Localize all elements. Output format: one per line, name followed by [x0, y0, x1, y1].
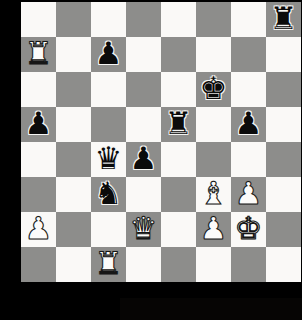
square-e2[interactable] — [161, 212, 196, 247]
square-f2[interactable]: ♟ — [196, 212, 231, 247]
square-a5[interactable]: ♟ — [21, 107, 56, 142]
square-a3[interactable] — [21, 177, 56, 212]
square-b1[interactable] — [56, 247, 91, 282]
piece-black-pawn-icon[interactable]: ♟ — [25, 107, 53, 141]
square-e6[interactable] — [161, 72, 196, 107]
square-c1[interactable]: ♜ — [91, 247, 126, 282]
square-f6[interactable]: ♚ — [196, 72, 231, 107]
piece-black-rook-icon[interactable]: ♜ — [165, 107, 193, 141]
square-a7[interactable]: ♜ — [21, 37, 56, 72]
square-d3[interactable] — [126, 177, 161, 212]
square-h6[interactable] — [266, 72, 301, 107]
square-g3[interactable]: ♟ — [231, 177, 266, 212]
piece-white-bishop-icon[interactable]: ♝ — [200, 177, 228, 211]
square-d8[interactable] — [126, 2, 161, 37]
square-a4[interactable] — [21, 142, 56, 177]
square-b6[interactable] — [56, 72, 91, 107]
square-d4[interactable]: ♟ — [126, 142, 161, 177]
square-g5[interactable]: ♟ — [231, 107, 266, 142]
square-a2[interactable]: ♟ — [21, 212, 56, 247]
square-e8[interactable] — [161, 2, 196, 37]
square-c2[interactable] — [91, 212, 126, 247]
square-e3[interactable] — [161, 177, 196, 212]
bottom-black-band — [0, 282, 302, 320]
piece-black-queen-icon[interactable]: ♛ — [95, 142, 123, 176]
square-h2[interactable] — [266, 212, 301, 247]
piece-black-knight-icon[interactable]: ♞ — [95, 177, 123, 211]
square-a6[interactable] — [21, 72, 56, 107]
square-e5[interactable]: ♜ — [161, 107, 196, 142]
square-f5[interactable] — [196, 107, 231, 142]
square-h5[interactable] — [266, 107, 301, 142]
square-c7[interactable]: ♟ — [91, 37, 126, 72]
piece-white-pawn-icon[interactable]: ♟ — [25, 212, 53, 246]
square-b8[interactable] — [56, 2, 91, 37]
piece-black-rook-icon[interactable]: ♜ — [270, 2, 298, 36]
piece-white-pawn-icon[interactable]: ♟ — [200, 212, 228, 246]
square-g1[interactable] — [231, 247, 266, 282]
square-f1[interactable] — [196, 247, 231, 282]
piece-black-pawn-icon[interactable]: ♟ — [95, 37, 123, 71]
square-h1[interactable] — [266, 247, 301, 282]
square-f8[interactable] — [196, 2, 231, 37]
bottom-band-shade — [120, 298, 302, 320]
square-a1[interactable] — [21, 247, 56, 282]
square-f3[interactable]: ♝ — [196, 177, 231, 212]
square-g6[interactable] — [231, 72, 266, 107]
piece-white-queen-icon[interactable]: ♛ — [130, 212, 158, 246]
square-d7[interactable] — [126, 37, 161, 72]
piece-white-rook-icon[interactable]: ♜ — [95, 247, 123, 281]
square-g4[interactable] — [231, 142, 266, 177]
square-b4[interactable] — [56, 142, 91, 177]
square-g7[interactable] — [231, 37, 266, 72]
square-d6[interactable] — [126, 72, 161, 107]
piece-black-pawn-icon[interactable]: ♟ — [130, 142, 158, 176]
square-c3[interactable]: ♞ — [91, 177, 126, 212]
square-c5[interactable] — [91, 107, 126, 142]
square-e1[interactable] — [161, 247, 196, 282]
square-d2[interactable]: ♛ — [126, 212, 161, 247]
square-f7[interactable] — [196, 37, 231, 72]
piece-black-pawn-icon[interactable]: ♟ — [235, 107, 263, 141]
square-b2[interactable] — [56, 212, 91, 247]
piece-white-king-icon[interactable]: ♚ — [235, 212, 263, 246]
chess-board: ♜♜♟♚♟♜♟♛♟♞♝♟♟♛♟♚♜ — [21, 2, 301, 282]
square-h8[interactable]: ♜ — [266, 2, 301, 37]
square-b3[interactable] — [56, 177, 91, 212]
square-h4[interactable] — [266, 142, 301, 177]
square-b5[interactable] — [56, 107, 91, 142]
square-e4[interactable] — [161, 142, 196, 177]
square-d1[interactable] — [126, 247, 161, 282]
square-c6[interactable] — [91, 72, 126, 107]
piece-white-pawn-icon[interactable]: ♟ — [235, 177, 263, 211]
square-d5[interactable] — [126, 107, 161, 142]
chess-screenshot-root: ♜♜♟♚♟♜♟♛♟♞♝♟♟♛♟♚♜ — [0, 0, 302, 320]
square-c4[interactable]: ♛ — [91, 142, 126, 177]
square-g2[interactable]: ♚ — [231, 212, 266, 247]
square-c8[interactable] — [91, 2, 126, 37]
piece-white-rook-icon[interactable]: ♜ — [25, 37, 53, 71]
piece-black-king-icon[interactable]: ♚ — [200, 72, 228, 106]
square-h7[interactable] — [266, 37, 301, 72]
square-h3[interactable] — [266, 177, 301, 212]
square-g8[interactable] — [231, 2, 266, 37]
square-a8[interactable] — [21, 2, 56, 37]
square-f4[interactable] — [196, 142, 231, 177]
square-e7[interactable] — [161, 37, 196, 72]
square-b7[interactable] — [56, 37, 91, 72]
